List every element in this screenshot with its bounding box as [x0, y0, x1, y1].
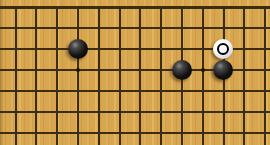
black-stone-l16 — [213, 60, 233, 80]
black-stone-j16 — [172, 60, 192, 80]
last-move-circle-marker — [217, 43, 229, 55]
go-board[interactable] — [0, 0, 270, 145]
black-stone-d17 — [68, 39, 88, 59]
stone-grid — [5, 0, 270, 144]
white-stone-l17 — [213, 39, 233, 59]
